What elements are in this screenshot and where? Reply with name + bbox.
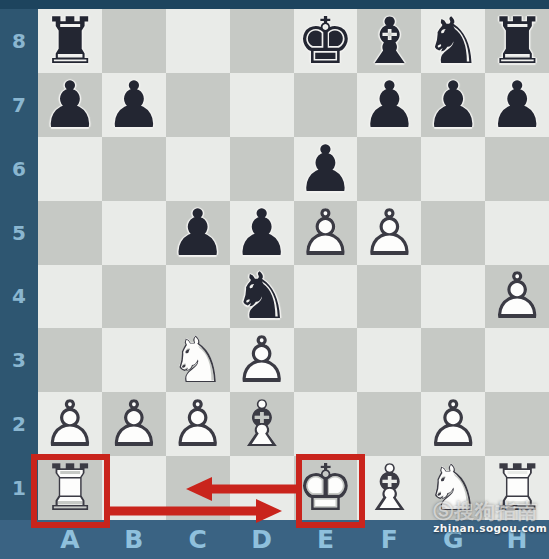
square-a4[interactable] <box>38 265 102 329</box>
square-d5[interactable]: ♟ <box>230 201 294 265</box>
piece-glyph-outline: ♗ <box>230 392 294 456</box>
square-a6[interactable] <box>38 137 102 201</box>
piece-black-pawn[interactable]: ♟ <box>485 73 549 137</box>
piece-glyph-outline: ♙ <box>230 328 294 392</box>
piece-black-pawn[interactable]: ♟ <box>294 137 358 201</box>
piece-glyph-outline: ♘ <box>166 328 230 392</box>
piece-black-pawn[interactable]: ♟ <box>38 73 102 137</box>
square-f4[interactable] <box>357 265 421 329</box>
piece-white-pawn[interactable]: ♟♙ <box>421 392 485 456</box>
square-g5[interactable] <box>421 201 485 265</box>
square-a8[interactable]: ♜ <box>38 9 102 73</box>
file-label-d: D <box>230 520 294 559</box>
square-g4[interactable] <box>421 265 485 329</box>
rank-labels: 87654321 <box>0 9 38 520</box>
square-d3[interactable]: ♟♙ <box>230 328 294 392</box>
piece-white-rook[interactable]: ♜♖ <box>38 456 102 520</box>
file-labels: ABCDEFGH <box>38 520 549 559</box>
file-label-f: F <box>357 520 421 559</box>
file-label-e: E <box>294 520 358 559</box>
piece-glyph-outline: ♙ <box>357 201 421 265</box>
piece-glyph-outline: ♙ <box>38 392 102 456</box>
square-b8[interactable] <box>102 9 166 73</box>
piece-black-pawn[interactable]: ♟ <box>421 73 485 137</box>
file-label-c: C <box>166 520 230 559</box>
square-a1[interactable]: ♜♖ <box>38 456 102 520</box>
square-c7[interactable] <box>166 73 230 137</box>
square-f7[interactable]: ♟ <box>357 73 421 137</box>
rank-label-6: 6 <box>0 137 38 201</box>
square-b6[interactable] <box>102 137 166 201</box>
piece-glyph-outline: ♖ <box>38 456 102 520</box>
piece-white-pawn[interactable]: ♟♙ <box>357 201 421 265</box>
square-a7[interactable]: ♟ <box>38 73 102 137</box>
square-h1[interactable]: ♜♖ <box>485 456 549 520</box>
square-d8[interactable] <box>230 9 294 73</box>
square-e1[interactable]: ♚♔ <box>294 456 358 520</box>
square-b4[interactable] <box>102 265 166 329</box>
square-h4[interactable]: ♟♙ <box>485 265 549 329</box>
square-a3[interactable] <box>38 328 102 392</box>
piece-glyph-outline: ♖ <box>485 456 549 520</box>
piece-white-king[interactable]: ♚♔ <box>294 456 358 520</box>
square-f6[interactable] <box>357 137 421 201</box>
piece-black-pawn[interactable]: ♟ <box>166 201 230 265</box>
square-d2[interactable]: ♝♗ <box>230 392 294 456</box>
piece-glyph-outline: ♘ <box>421 456 485 520</box>
piece-black-knight[interactable]: ♞ <box>230 265 294 329</box>
rank-label-3: 3 <box>0 328 38 392</box>
piece-white-pawn[interactable]: ♟♙ <box>294 201 358 265</box>
piece-black-king[interactable]: ♚ <box>294 9 358 73</box>
piece-white-pawn[interactable]: ♟♙ <box>485 265 549 329</box>
piece-white-pawn[interactable]: ♟♙ <box>230 328 294 392</box>
square-a2[interactable]: ♟♙ <box>38 392 102 456</box>
square-h2[interactable] <box>485 392 549 456</box>
rank-label-2: 2 <box>0 392 38 456</box>
board-frame: ♜♚♝♞♜♟♟♟♟♟♟♟♟♟♙♟♙♞♟♙♞♘♟♙♟♙♟♙♟♙♝♗♟♙♜♖♚♔♝♗… <box>0 0 549 559</box>
square-b3[interactable] <box>102 328 166 392</box>
square-a5[interactable] <box>38 201 102 265</box>
square-f1[interactable]: ♝♗ <box>357 456 421 520</box>
piece-glyph-outline: ♔ <box>294 456 358 520</box>
square-g2[interactable]: ♟♙ <box>421 392 485 456</box>
square-e2[interactable] <box>294 392 358 456</box>
piece-black-pawn[interactable]: ♟ <box>357 73 421 137</box>
piece-white-rook[interactable]: ♜♖ <box>485 456 549 520</box>
square-g7[interactable]: ♟ <box>421 73 485 137</box>
square-c4[interactable] <box>166 265 230 329</box>
piece-white-pawn[interactable]: ♟♙ <box>166 392 230 456</box>
file-label-b: B <box>102 520 166 559</box>
rank-label-4: 4 <box>0 265 38 329</box>
square-b5[interactable] <box>102 201 166 265</box>
square-d1[interactable] <box>230 456 294 520</box>
piece-black-pawn[interactable]: ♟ <box>230 201 294 265</box>
piece-white-bishop[interactable]: ♝♗ <box>357 456 421 520</box>
piece-glyph-outline: ♙ <box>294 201 358 265</box>
square-b1[interactable] <box>102 456 166 520</box>
piece-black-rook[interactable]: ♜ <box>485 9 549 73</box>
square-b2[interactable]: ♟♙ <box>102 392 166 456</box>
square-f5[interactable]: ♟♙ <box>357 201 421 265</box>
piece-glyph-outline: ♙ <box>485 265 549 329</box>
piece-black-knight[interactable]: ♞ <box>421 9 485 73</box>
rank-label-5: 5 <box>0 201 38 265</box>
square-h7[interactable]: ♟ <box>485 73 549 137</box>
piece-white-pawn[interactable]: ♟♙ <box>38 392 102 456</box>
square-h5[interactable] <box>485 201 549 265</box>
piece-black-bishop[interactable]: ♝ <box>357 9 421 73</box>
square-e3[interactable] <box>294 328 358 392</box>
square-g3[interactable] <box>421 328 485 392</box>
piece-white-bishop[interactable]: ♝♗ <box>230 392 294 456</box>
square-c3[interactable]: ♞♘ <box>166 328 230 392</box>
square-g1[interactable]: ♞♘ <box>421 456 485 520</box>
square-g6[interactable] <box>421 137 485 201</box>
square-d4[interactable]: ♞ <box>230 265 294 329</box>
rank-label-7: 7 <box>0 73 38 137</box>
piece-white-knight[interactable]: ♞♘ <box>166 328 230 392</box>
piece-black-pawn[interactable]: ♟ <box>102 73 166 137</box>
file-label-a: A <box>38 520 102 559</box>
square-h8[interactable]: ♜ <box>485 9 549 73</box>
square-c6[interactable] <box>166 137 230 201</box>
square-e5[interactable]: ♟♙ <box>294 201 358 265</box>
square-e4[interactable] <box>294 265 358 329</box>
square-c8[interactable] <box>166 9 230 73</box>
piece-black-rook[interactable]: ♜ <box>38 9 102 73</box>
square-f3[interactable] <box>357 328 421 392</box>
square-h3[interactable] <box>485 328 549 392</box>
square-g8[interactable]: ♞ <box>421 9 485 73</box>
piece-glyph-outline: ♗ <box>357 456 421 520</box>
square-d7[interactable] <box>230 73 294 137</box>
square-c5[interactable]: ♟ <box>166 201 230 265</box>
piece-glyph-outline: ♙ <box>102 392 166 456</box>
piece-white-pawn[interactable]: ♟♙ <box>102 392 166 456</box>
square-h6[interactable] <box>485 137 549 201</box>
piece-glyph-outline: ♙ <box>166 392 230 456</box>
square-b7[interactable]: ♟ <box>102 73 166 137</box>
square-d6[interactable] <box>230 137 294 201</box>
piece-glyph-outline: ♙ <box>421 392 485 456</box>
chess-board: ♜♚♝♞♜♟♟♟♟♟♟♟♟♟♙♟♙♞♟♙♞♘♟♙♟♙♟♙♟♙♝♗♟♙♜♖♚♔♝♗… <box>38 9 549 520</box>
file-label-h: H <box>485 520 549 559</box>
square-f8[interactable]: ♝ <box>357 9 421 73</box>
square-c2[interactable]: ♟♙ <box>166 392 230 456</box>
square-e7[interactable] <box>294 73 358 137</box>
file-label-g: G <box>421 520 485 559</box>
rank-label-1: 1 <box>0 456 38 520</box>
square-e8[interactable]: ♚ <box>294 9 358 73</box>
square-c1[interactable] <box>166 456 230 520</box>
piece-white-knight[interactable]: ♞♘ <box>421 456 485 520</box>
square-e6[interactable]: ♟ <box>294 137 358 201</box>
rank-label-8: 8 <box>0 9 38 73</box>
square-f2[interactable] <box>357 392 421 456</box>
